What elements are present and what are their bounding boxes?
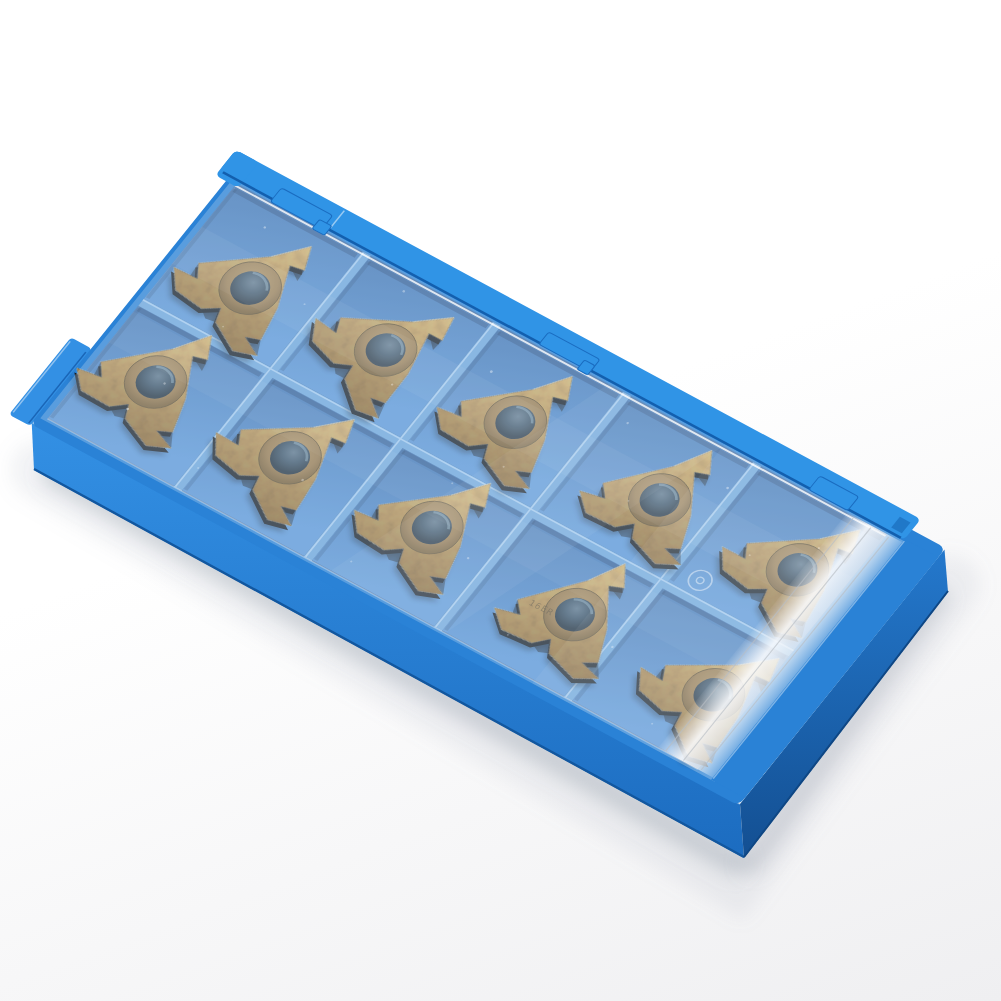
photo-stage: 16ER (0, 0, 1001, 1001)
product-photo: 16ER (0, 0, 1001, 1001)
